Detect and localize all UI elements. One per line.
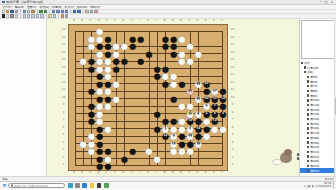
coord-letter-top-B: B <box>81 20 83 23</box>
tree-item-label: 第20手 <box>310 145 319 149</box>
print-icon[interactable] <box>15 10 18 13</box>
tray-icon-1[interactable]: ▤ <box>307 184 310 188</box>
menu-查[interactable]: 查看(V) <box>26 5 38 9</box>
game-info-box <box>301 20 335 59</box>
tree-item-label: 第16手 <box>310 126 319 130</box>
white-stone-P15: ● <box>186 57 195 65</box>
tree-item-label: 第25手 <box>310 169 319 173</box>
coord-letter-bottom-N: N <box>172 172 174 175</box>
move-stone-icon <box>307 85 309 87</box>
move-stone-icon <box>307 99 309 101</box>
play-icon[interactable] <box>73 10 76 13</box>
coord-letter-bottom-D: D <box>98 172 100 175</box>
white-stone-E6: ● <box>103 124 112 132</box>
coord-number-right-1: 1 <box>232 164 234 167</box>
coord-number-right-3: 3 <box>232 149 234 152</box>
coord-number-right-4: 4 <box>232 141 234 144</box>
prev-move-icon[interactable] <box>56 10 59 13</box>
move-stone-icon <box>307 155 309 157</box>
move-stone-icon <box>304 71 306 73</box>
tree-item-label: 第17手 <box>310 131 319 135</box>
coord-number-right-17: 17 <box>231 44 234 47</box>
board-view: ●●●●●●●●●●●●●●●●●●●●●●●●●●●●●●●●●●●●●●●●… <box>47 19 299 176</box>
coord-letter-bottom-M: M <box>163 172 165 175</box>
right-panel: 棋谱对局信息手顺第5手第6手第7手第8手第9手第10手第11手第12手第13手第… <box>299 19 336 176</box>
move-stone-icon <box>307 169 309 171</box>
minimize-button[interactable]: ─ <box>320 0 322 4</box>
coord-letter-top-Q: Q <box>196 20 198 23</box>
coord-number-left-2: 2 <box>63 156 65 159</box>
black-stone-F14: ● <box>112 64 121 72</box>
move-stone-icon <box>307 160 309 162</box>
coord-number-left-7: 7 <box>63 119 65 122</box>
coord-letter-bottom-G: G <box>122 172 124 175</box>
move-stone-icon <box>307 127 309 129</box>
square-mark-icon[interactable] <box>27 14 30 17</box>
status-text: 就绪 <box>2 177 8 181</box>
menu-编[interactable]: 编辑(E) <box>13 5 25 9</box>
circle-mark-icon[interactable] <box>31 14 34 17</box>
coord-letter-top-G: G <box>122 20 124 23</box>
copy-icon[interactable] <box>27 10 30 13</box>
task-view-icon[interactable] <box>75 183 80 188</box>
coord-number-left-11: 11 <box>62 89 65 92</box>
last-move-icon[interactable] <box>65 10 68 13</box>
white-stone-F10: ● <box>112 94 121 102</box>
coord-number-right-6: 6 <box>232 126 234 129</box>
move-stone-icon <box>307 118 309 120</box>
coord-number-left-1: 1 <box>63 164 65 167</box>
menu-棋[interactable]: 棋盘(B) <box>51 5 63 9</box>
black-stone-H3: ● <box>128 147 137 155</box>
move-tree: 棋谱对局信息手顺第5手第6手第7手第8手第9手第10手第11手第12手第13手第… <box>300 60 336 176</box>
coord-number-left-13: 13 <box>62 74 65 77</box>
move-stone-icon <box>307 146 309 148</box>
coord-letter-top-C: C <box>90 20 92 23</box>
white-stone-T6: ● <box>218 124 227 132</box>
status-move-indicator: 第25手 <box>325 177 334 181</box>
move-stone-icon <box>307 76 309 78</box>
black-stone-K16: ● <box>144 49 153 57</box>
coord-number-right-7: 7 <box>232 119 234 122</box>
coord-letter-bottom-J: J <box>139 172 140 175</box>
coord-letter-top-A: A <box>73 20 75 23</box>
tree-item-label: 第8手 <box>310 89 317 93</box>
black-stone-H17: ● <box>128 42 137 50</box>
coord-letter-bottom-E: E <box>106 172 108 175</box>
coord-letter-bottom-F: F <box>114 172 116 175</box>
tree-item-label: 第19手 <box>310 141 319 145</box>
white-stone-L2: ● <box>153 154 162 162</box>
windows-taskbar: ⊞ 在这里输入你要搜索的内容 ∧▤◗中 16:28 2021/6/15 <box>0 181 336 189</box>
left-panel <box>0 19 47 176</box>
maximize-button[interactable]: □ <box>325 0 328 4</box>
move-stone-icon <box>307 104 309 106</box>
save-icon[interactable] <box>10 10 13 13</box>
coord-number-left-15: 15 <box>62 59 65 62</box>
search-icon <box>11 184 13 186</box>
coord-letter-top-F: F <box>114 20 116 23</box>
menu-文[interactable]: 文件(F) <box>1 5 13 9</box>
tree-item-label: 第7手 <box>310 84 317 88</box>
move-stone-icon <box>307 80 309 82</box>
move-stone-icon <box>307 137 309 139</box>
coord-number-right-14: 14 <box>231 66 234 69</box>
tray-icon-0[interactable]: ∧ <box>304 184 306 188</box>
coord-letter-top-M: M <box>163 20 165 23</box>
tree-item-label: 第10手 <box>310 98 319 102</box>
tray-icon-2[interactable]: ◗ <box>312 184 314 188</box>
coord-letter-top-K: K <box>147 20 149 23</box>
move-stone-icon <box>307 109 309 111</box>
help-icon[interactable] <box>94 10 97 13</box>
coord-number-right-8: 8 <box>232 111 234 114</box>
coord-letter-bottom-Q: Q <box>196 172 198 175</box>
coord-letter-top-O: O <box>180 20 182 23</box>
coord-letter-bottom-S: S <box>213 172 215 175</box>
file-explorer-icon[interactable] <box>90 183 95 188</box>
coord-number-right-16: 16 <box>231 51 234 54</box>
coord-letter-bottom-H: H <box>131 172 133 175</box>
system-tray: ∧▤◗中 <box>304 184 318 188</box>
black-stone-J15: ● <box>136 57 145 65</box>
coord-number-left-12: 12 <box>62 81 65 84</box>
coord-number-left-9: 9 <box>63 104 65 107</box>
white-stone-E9: ● <box>103 102 112 110</box>
black-stone-G15: ● <box>120 57 129 65</box>
coord-letter-top-E: E <box>106 20 108 23</box>
black-stone-T8: ●2 <box>218 109 227 117</box>
coord-number-right-11: 11 <box>231 89 234 92</box>
tree-item-第25手[interactable]: 第25手 <box>300 168 336 173</box>
coord-letter-top-D: D <box>98 20 100 23</box>
go-board[interactable]: ●●●●●●●●●●●●●●●●●●●●●●●●●●●●●●●●●●●●●●●●… <box>68 24 228 171</box>
menu-棋[interactable]: 棋谱(G) <box>38 5 51 9</box>
menu-工[interactable]: 工具(T) <box>63 5 75 9</box>
move-stone-icon <box>307 123 309 125</box>
coord-letter-bottom-K: K <box>147 172 149 175</box>
cortana-icon[interactable] <box>68 183 73 188</box>
white-stone-F12: ● <box>112 79 121 87</box>
move-stone-icon <box>301 62 303 64</box>
erase-tool-icon[interactable] <box>15 14 18 17</box>
comment-icon[interactable] <box>48 14 51 17</box>
coord-letter-bottom-R: R <box>205 172 207 175</box>
tree-panel-icon[interactable] <box>53 14 56 17</box>
white-stone-Q16: ● <box>194 49 203 57</box>
tree-item-label: 棋谱 <box>304 61 310 65</box>
taskbar-search[interactable]: 在这里输入你要搜索的内容 <box>8 183 65 188</box>
coord-number-left-14: 14 <box>62 66 65 69</box>
pause-icon[interactable] <box>77 10 80 13</box>
triangle-mark-icon[interactable] <box>23 14 26 17</box>
coord-number-left-8: 8 <box>63 111 65 114</box>
show-desktop-button[interactable] <box>333 182 335 190</box>
coord-number-right-19: 19 <box>231 29 234 32</box>
coord-letter-bottom-P: P <box>188 172 190 175</box>
number-mark-icon[interactable] <box>40 14 43 17</box>
tree-item-label: 第5手 <box>310 75 317 79</box>
taskbar-clock[interactable]: 16:28 2021/6/15 <box>318 183 332 189</box>
board-style-icon[interactable] <box>61 14 64 17</box>
white-stone-P3: ● <box>186 147 195 155</box>
tree-item-label: 第24手 <box>310 164 319 168</box>
black-stone-tool-icon[interactable] <box>2 14 5 17</box>
edge-icon[interactable] <box>82 183 87 188</box>
coord-letter-bottom-C: C <box>90 172 92 175</box>
move-stone-icon <box>307 113 309 115</box>
coord-letter-top-S: S <box>213 20 215 23</box>
coord-number-right-12: 12 <box>231 81 234 84</box>
menu-窗[interactable]: 窗口(W) <box>75 5 88 9</box>
coord-letter-bottom-B: B <box>81 172 83 175</box>
info-icon[interactable] <box>85 10 88 13</box>
tree-item-label: 对局信息 <box>307 66 318 70</box>
tree-item-label: 第6手 <box>310 80 317 84</box>
tree-item-label: 第11手 <box>310 103 319 107</box>
coord-letter-top-L: L <box>155 20 156 23</box>
open-icon[interactable] <box>6 10 9 13</box>
coord-number-right-13: 13 <box>231 74 234 77</box>
move-stone-icon <box>307 90 309 92</box>
coord-letter-bottom-T: T <box>221 172 223 175</box>
coord-number-left-10: 10 <box>62 96 65 99</box>
black-stone-G2: ● <box>120 154 129 162</box>
tree-item-label: 第23手 <box>310 159 319 163</box>
coord-letter-top-N: N <box>172 20 174 23</box>
app-icon[interactable] <box>104 183 109 188</box>
white-stone-R5: ● <box>202 132 211 140</box>
new-icon[interactable] <box>2 10 5 13</box>
cut-icon[interactable] <box>23 10 26 13</box>
coord-letter-top-H: H <box>131 20 133 23</box>
coord-number-right-18: 18 <box>231 36 234 39</box>
redo-icon[interactable] <box>44 10 47 13</box>
coord-number-left-19: 19 <box>62 29 65 32</box>
search-icon[interactable] <box>90 10 93 13</box>
tree-item-label: 第15手 <box>310 122 319 126</box>
white-stone-Q4: ●19 <box>194 139 203 147</box>
tree-item-label: 第9手 <box>310 94 317 98</box>
mascot-hamster <box>271 148 297 170</box>
coord-number-left-17: 17 <box>62 44 65 47</box>
store-icon[interactable] <box>97 183 102 188</box>
coord-number-left-18: 18 <box>62 36 65 39</box>
tree-item-label: 第14手 <box>310 117 319 121</box>
undo-icon[interactable] <box>39 10 42 13</box>
menu-帮[interactable]: 帮助(H) <box>89 5 102 9</box>
tree-item-label: 第22手 <box>310 155 319 159</box>
window-title: 围棋打谱 - [研究对局.sgf] <box>6 0 320 4</box>
move-stone-icon <box>307 132 309 134</box>
move-stone-icon <box>307 151 309 153</box>
move-stone-icon <box>307 141 309 143</box>
close-button[interactable]: × <box>330 0 333 4</box>
coord-letter-bottom-O: O <box>180 172 182 175</box>
coord-number-left-3: 3 <box>63 149 65 152</box>
app-icon <box>2 1 5 4</box>
coord-letter-top-J: J <box>139 20 140 23</box>
coord-number-left-16: 16 <box>62 51 65 54</box>
coord-number-left-4: 4 <box>63 141 65 144</box>
black-stone-J18: ● <box>136 34 145 42</box>
tree-item-label: 第13手 <box>310 112 319 116</box>
tree-item-label: 第12手 <box>310 108 319 112</box>
tree-item-label: 第18手 <box>310 136 319 140</box>
coord-number-left-5: 5 <box>63 134 65 137</box>
letter-mark-icon[interactable] <box>36 14 39 17</box>
tree-item-label: 第21手 <box>310 150 319 154</box>
next-move-icon[interactable] <box>61 10 64 13</box>
coord-number-right-5: 5 <box>232 134 234 137</box>
move-stone-icon <box>307 94 309 96</box>
coord-letter-top-P: P <box>188 20 190 23</box>
coord-letter-bottom-A: A <box>73 172 75 175</box>
first-move-icon[interactable] <box>52 10 55 13</box>
alternate-tool-icon[interactable] <box>10 14 13 17</box>
settings-icon[interactable] <box>65 14 68 17</box>
coord-number-right-10: 10 <box>231 96 234 99</box>
coord-number-left-6: 6 <box>63 126 65 129</box>
white-stone-tool-icon[interactable] <box>6 14 9 17</box>
coord-letter-top-T: T <box>221 20 223 23</box>
coord-letter-top-R: R <box>205 20 207 23</box>
move-stone-icon <box>307 165 309 167</box>
coord-number-right-2: 2 <box>232 156 234 159</box>
coord-number-right-15: 15 <box>231 59 234 62</box>
search-placeholder: 在这里输入你要搜索的内容 <box>14 184 48 188</box>
paste-icon[interactable] <box>31 10 34 13</box>
move-stone-icon <box>304 66 306 68</box>
tree-item-label: 手顺 <box>307 70 313 74</box>
coord-letter-bottom-L: L <box>155 172 156 175</box>
coord-number-right-9: 9 <box>232 104 234 107</box>
black-stone-E1: ● <box>103 162 112 170</box>
start-button[interactable]: ⊞ <box>1 182 8 189</box>
